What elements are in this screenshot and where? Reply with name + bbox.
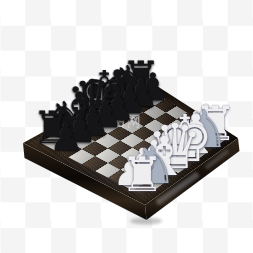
piece-black-pawn: ♟ [49,118,83,156]
pieces-layer: ♜♞♝♛♚♝♞♜♟♟♟♟♟♟♟♟♟♟♟♟♟♟♟♟♜♞♝♛♚♝♞♜ [0,0,253,253]
transparent-background: 千图网 ♜♞♝♛♚♝♞♜♟♟♟♟♟♟♟♟♟♟♟♟♟♟♟♟♜♞♝♛♚♝♞♜ [0,0,253,253]
piece-white-rook: ♜ [121,150,164,198]
